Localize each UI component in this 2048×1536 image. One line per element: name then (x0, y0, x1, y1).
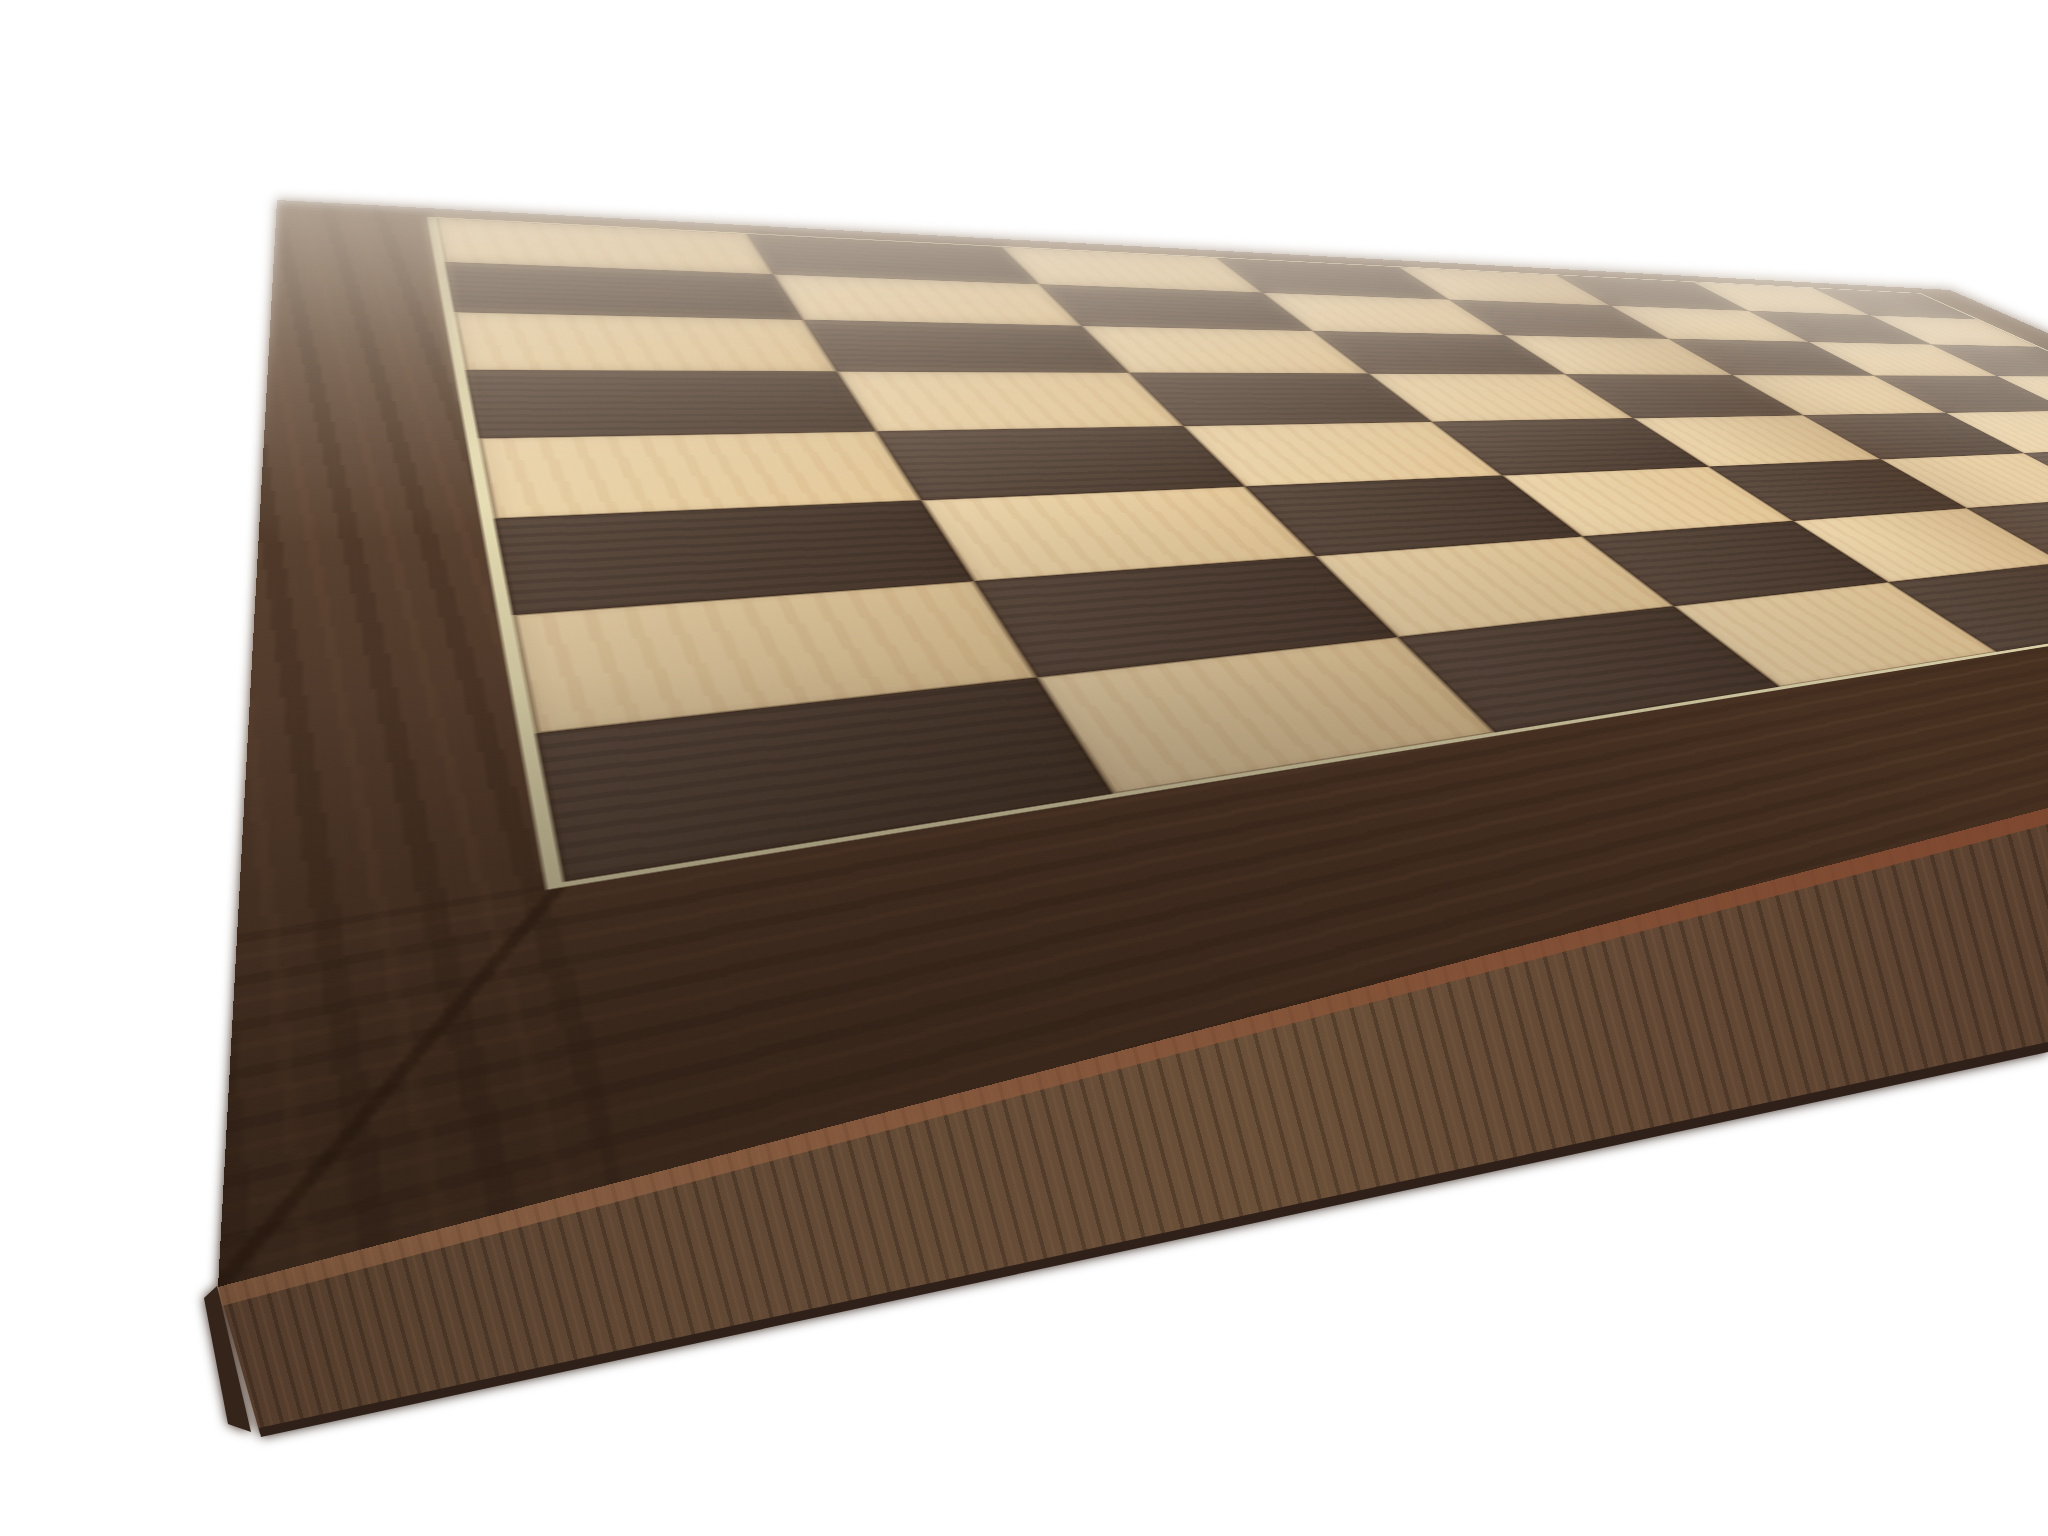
photo-background (0, 0, 2048, 1536)
board-photo (0, 0, 2048, 1536)
